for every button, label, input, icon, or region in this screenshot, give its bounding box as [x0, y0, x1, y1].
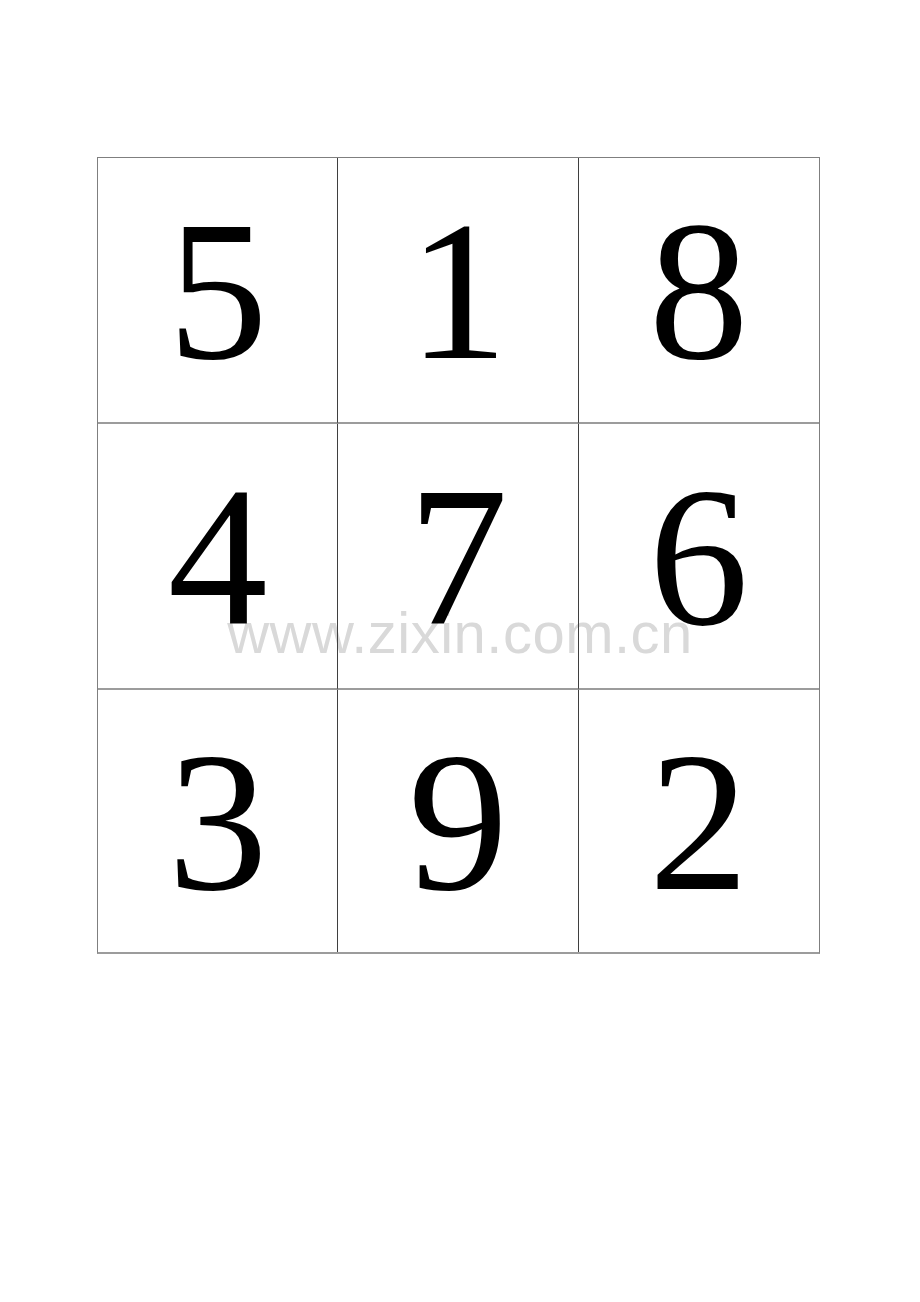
cell-r2c2: 7 [338, 424, 578, 690]
digit-r1c1: 5 [168, 176, 268, 405]
digit-r2c2: 7 [408, 442, 508, 671]
cell-r1c1: 5 [98, 158, 338, 424]
cell-r1c3: 8 [579, 158, 819, 424]
document-page: www.zixin.com.cn 5 1 8 4 7 6 3 9 2 [0, 0, 920, 1302]
cell-r3c3: 2 [579, 690, 819, 952]
digit-r3c2: 9 [408, 707, 508, 936]
cell-r2c1: 4 [98, 424, 338, 690]
digit-r2c1: 4 [168, 442, 268, 671]
number-grid: 5 1 8 4 7 6 3 9 2 [97, 157, 820, 954]
digit-r1c3: 8 [649, 176, 749, 405]
cell-r3c1: 3 [98, 690, 338, 952]
digit-r3c1: 3 [168, 707, 268, 936]
cell-r3c2: 9 [338, 690, 578, 952]
digit-r2c3: 6 [649, 442, 749, 671]
cell-r1c2: 1 [338, 158, 578, 424]
cell-r2c3: 6 [579, 424, 819, 690]
digit-r3c3: 2 [649, 707, 749, 936]
digit-r1c2: 1 [408, 176, 508, 405]
